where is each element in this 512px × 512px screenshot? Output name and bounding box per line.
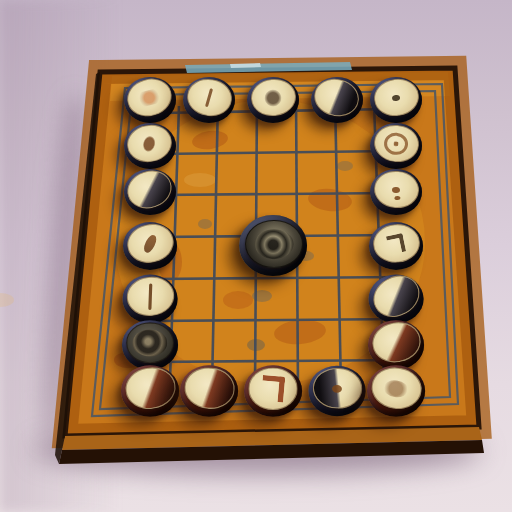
board-cell [120, 77, 180, 123]
piece-marking-streak-broad [141, 233, 158, 254]
piece-cap [311, 75, 362, 121]
piece-cap [184, 76, 233, 119]
game-piece[interactable] [247, 77, 299, 123]
piece-marking-blob [264, 89, 282, 107]
piece-cap [124, 122, 174, 167]
game-piece[interactable] [369, 275, 424, 324]
game-piece[interactable] [369, 222, 423, 270]
piece-cap [126, 323, 174, 363]
game-piece[interactable] [122, 275, 177, 324]
game-piece[interactable] [124, 169, 176, 215]
board-cell [307, 77, 367, 123]
game-piece[interactable] [122, 320, 178, 370]
boulder-top [245, 220, 303, 268]
piece-cap [372, 123, 420, 165]
piece-cap [123, 220, 176, 268]
board-cell [239, 77, 307, 123]
piece-marking-needle [148, 283, 152, 310]
piece-cap-chip [366, 268, 426, 325]
piece-marking-swirl [132, 329, 167, 356]
game-piece[interactable] [308, 366, 365, 417]
piece-cap [124, 275, 175, 319]
piece-cap [248, 368, 298, 410]
board-cell [367, 123, 427, 169]
piece-cap [372, 222, 421, 264]
game-piece[interactable] [180, 365, 238, 417]
center-boulder-stone[interactable] [239, 215, 307, 276]
piece-marking-seven [261, 375, 286, 403]
piece-cap-chip [369, 319, 423, 367]
board-cell [120, 368, 180, 414]
game-piece[interactable] [370, 77, 422, 123]
piece-cap [311, 367, 361, 410]
piece-cap [249, 77, 297, 118]
game-piece[interactable] [124, 77, 176, 123]
board-cell [120, 123, 180, 169]
piece-cap-chip [122, 365, 177, 413]
piece-cap [366, 268, 426, 325]
board-cell [367, 215, 427, 276]
board-cell [367, 77, 427, 123]
board-cell [367, 276, 427, 322]
scene [0, 0, 512, 512]
game-piece[interactable] [121, 365, 179, 417]
piece-marking-dot-double [392, 187, 400, 194]
piece-marking-twig [142, 135, 158, 154]
piece-cap [122, 365, 177, 413]
piece-cap [373, 170, 420, 210]
piece-grid [120, 77, 426, 395]
piece-cap [123, 74, 176, 122]
piece-cap-chip [183, 366, 236, 411]
boulder-swirl-pattern [254, 229, 293, 259]
piece-marking-streak [205, 88, 213, 108]
board-cell [367, 322, 427, 368]
piece-cap [123, 165, 177, 214]
game-piece[interactable] [368, 320, 424, 370]
board-cell [367, 368, 427, 414]
piece-cap [369, 319, 423, 367]
board-cell [180, 77, 240, 123]
board-cell [180, 368, 240, 414]
board-cell [367, 169, 427, 215]
game-piece[interactable] [370, 123, 422, 169]
board-cell [120, 322, 180, 368]
board-cell [120, 215, 180, 276]
board-cell [239, 368, 307, 414]
piece-cap [371, 76, 420, 119]
piece-marking-smudge-peach [138, 88, 161, 108]
piece-cap [183, 366, 236, 411]
game-piece[interactable] [124, 123, 176, 169]
piece-cap [369, 365, 424, 413]
piece-marking-check [386, 233, 406, 255]
game-piece[interactable] [244, 365, 302, 417]
piece-marking-dot-dark [392, 94, 401, 101]
piece-cap-chip [123, 165, 177, 214]
game-piece[interactable] [370, 169, 422, 215]
board-cell [120, 276, 180, 322]
piece-marking-rings [383, 132, 409, 157]
board-cell [307, 368, 367, 414]
game-piece[interactable] [183, 77, 235, 123]
game-piece[interactable] [123, 222, 177, 270]
game-piece[interactable] [311, 77, 363, 123]
board-cell [120, 169, 180, 215]
piece-cap-chip [311, 75, 362, 121]
board-cell [239, 215, 307, 276]
piece-marking-smudge [383, 379, 410, 399]
game-piece[interactable] [367, 365, 425, 417]
